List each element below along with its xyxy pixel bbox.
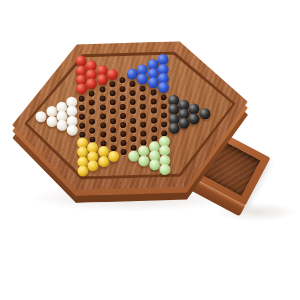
marble-yellow[interactable] xyxy=(108,151,119,162)
board-hole[interactable] xyxy=(130,99,136,105)
board-hole[interactable] xyxy=(120,122,126,128)
board-hole[interactable] xyxy=(99,86,105,92)
product-photo-stage xyxy=(0,0,300,300)
board-hole[interactable] xyxy=(100,113,106,119)
chinese-checkers-board xyxy=(11,40,250,191)
board-hole[interactable] xyxy=(150,108,156,114)
board-hole[interactable] xyxy=(99,104,105,110)
board-hole[interactable] xyxy=(79,114,85,120)
board-hole[interactable] xyxy=(89,100,95,106)
board-hole[interactable] xyxy=(90,127,96,133)
board-hole[interactable] xyxy=(119,86,125,92)
board-hole[interactable] xyxy=(109,91,115,97)
board-hole[interactable] xyxy=(89,109,95,115)
board-hole[interactable] xyxy=(100,123,106,129)
board-hole[interactable] xyxy=(121,149,127,155)
board-hole[interactable] xyxy=(151,117,157,123)
board-hole[interactable] xyxy=(140,113,146,119)
board-hole[interactable] xyxy=(151,126,157,132)
board-hole[interactable] xyxy=(89,118,95,124)
board-hole[interactable] xyxy=(79,105,85,111)
board-hole[interactable] xyxy=(99,95,105,101)
board-hole[interactable] xyxy=(140,95,146,101)
board-hole[interactable] xyxy=(89,91,95,97)
board-hole[interactable] xyxy=(161,112,167,118)
board-hole[interactable] xyxy=(130,81,136,87)
board-hole[interactable] xyxy=(79,123,85,129)
board-hole[interactable] xyxy=(119,77,125,83)
board-hole[interactable] xyxy=(110,100,116,106)
board-hole[interactable] xyxy=(141,131,147,137)
marble-blue[interactable] xyxy=(158,82,169,93)
board-hole[interactable] xyxy=(130,90,136,96)
board-hole[interactable] xyxy=(110,118,116,124)
board-hole[interactable] xyxy=(120,104,126,110)
marble-green[interactable] xyxy=(159,164,170,175)
board-hole[interactable] xyxy=(131,136,137,142)
board-hole[interactable] xyxy=(130,108,136,114)
board-hole[interactable] xyxy=(110,109,116,115)
board-hole[interactable] xyxy=(110,136,116,142)
board-hole[interactable] xyxy=(130,127,136,133)
marble-black[interactable] xyxy=(199,108,210,119)
board-hole[interactable] xyxy=(109,81,115,87)
board-hole[interactable] xyxy=(120,113,126,119)
board-hole[interactable] xyxy=(161,121,167,127)
board-hole[interactable] xyxy=(150,90,156,96)
board-hole[interactable] xyxy=(140,104,146,110)
board-hole[interactable] xyxy=(120,95,126,101)
board-hole[interactable] xyxy=(120,131,126,137)
board-hole[interactable] xyxy=(141,122,147,128)
board-hole[interactable] xyxy=(150,99,156,105)
board-hole[interactable] xyxy=(79,96,85,102)
board-hole[interactable] xyxy=(140,85,146,91)
board-hole[interactable] xyxy=(160,94,166,100)
holes-and-marbles-layer xyxy=(11,40,250,191)
board-hole[interactable] xyxy=(120,140,126,146)
board-hole[interactable] xyxy=(130,117,136,123)
board-hole[interactable] xyxy=(110,127,116,133)
marble-white[interactable] xyxy=(67,124,78,135)
board-hole[interactable] xyxy=(161,103,167,109)
board-hole[interactable] xyxy=(100,132,106,138)
marble-red[interactable] xyxy=(106,69,117,80)
